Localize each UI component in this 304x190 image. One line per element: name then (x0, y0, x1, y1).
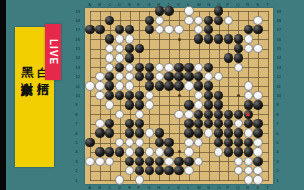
coordinate-label: S (256, 185, 259, 189)
white-stone (125, 81, 134, 90)
black-stone (234, 110, 243, 119)
coordinate-label: R (246, 185, 249, 189)
white-stone (95, 91, 104, 100)
white-stone (135, 138, 144, 147)
black-stone (244, 147, 253, 156)
black-stone (214, 138, 223, 147)
coordinate-label: 3 (75, 159, 77, 163)
white-stone (105, 157, 114, 166)
black-stone (125, 53, 134, 62)
black-stone (244, 25, 253, 34)
coordinate-label: M (197, 2, 201, 6)
black-stone (125, 119, 134, 128)
white-stone (194, 63, 203, 72)
coordinate-label: P (227, 2, 230, 6)
coordinate-label: 2 (75, 169, 77, 173)
coordinate-label: 5 (276, 140, 278, 144)
black-stone (184, 63, 193, 72)
coordinate-label: 14 (75, 56, 80, 60)
coordinate-label: 15 (75, 46, 80, 50)
white-stone (184, 147, 193, 156)
black-stone (115, 91, 124, 100)
white-stone (95, 81, 104, 90)
white-stone (184, 166, 193, 175)
live-badge-text: LIVE (48, 39, 59, 65)
black-stone (155, 6, 164, 15)
white-stone (95, 72, 104, 81)
black-stone (164, 6, 173, 15)
black-stone (105, 128, 114, 137)
white-stone (214, 147, 223, 156)
black-stone (155, 128, 164, 137)
white-stone (194, 157, 203, 166)
white-stone (125, 147, 134, 156)
white-stone (194, 100, 203, 109)
black-stone (145, 72, 154, 81)
left-edge-strip (0, 0, 6, 190)
coordinate-label: 6 (276, 131, 278, 135)
coordinate-label: B (98, 2, 101, 6)
black-stone (253, 128, 262, 137)
coordinate-label: 9 (75, 103, 77, 107)
coordinate-label: R (246, 2, 249, 6)
coordinate-label: 18 (276, 18, 281, 22)
coordinate-label: M (197, 185, 201, 189)
black-stone (214, 100, 223, 109)
coordinate-label: H (157, 185, 160, 189)
coordinate-label: E (128, 185, 131, 189)
coordinate-label: D (118, 2, 121, 6)
black-stone (125, 100, 134, 109)
black-stone (224, 53, 233, 62)
coordinate-label: 17 (75, 28, 80, 32)
white-stone (135, 110, 144, 119)
black-stone (135, 147, 144, 156)
white-stone (204, 72, 213, 81)
white-stone (125, 34, 134, 43)
white-stone (234, 157, 243, 166)
white-stone (234, 166, 243, 175)
white-stone (145, 128, 154, 137)
white-stone (204, 128, 213, 137)
star-point (178, 94, 181, 97)
black-stone (145, 166, 154, 175)
black-stone (244, 119, 253, 128)
white-stone (125, 138, 134, 147)
white-stone (145, 100, 154, 109)
black-stone (234, 147, 243, 156)
white-stone (224, 16, 233, 25)
white-stone (184, 110, 193, 119)
black-stone (234, 138, 243, 147)
black-stone (135, 157, 144, 166)
black-stone (155, 157, 164, 166)
coordinate-label: T (266, 185, 269, 189)
black-stone (105, 34, 114, 43)
coordinate-label: B (98, 185, 101, 189)
coordinate-label: 16 (276, 37, 281, 41)
coordinate-label: T (266, 2, 269, 6)
white-stone (115, 72, 124, 81)
black-stone (135, 166, 144, 175)
coordinate-label: 4 (276, 150, 278, 154)
black-stone (253, 119, 262, 128)
black-stone (135, 100, 144, 109)
coordinate-label: 12 (75, 75, 80, 79)
white-stone (155, 63, 164, 72)
black-stone (234, 128, 243, 137)
black-stone (155, 81, 164, 90)
black-stone (224, 128, 233, 137)
black-stone (244, 100, 253, 109)
black-stone (115, 25, 124, 34)
coordinate-label: 12 (276, 75, 281, 79)
white-stone (194, 25, 203, 34)
white-stone (244, 166, 253, 175)
coordinate-label: L (187, 185, 189, 189)
coordinate-label: 8 (75, 112, 77, 116)
go-board (85, 8, 273, 184)
black-stone (135, 63, 144, 72)
coordinate-label: 13 (276, 65, 281, 69)
grid-line (268, 11, 269, 181)
black-player-name: 谢尔豪 (20, 72, 34, 75)
black-stone (174, 157, 183, 166)
black-stone (204, 63, 213, 72)
coordinate-label: A (88, 2, 91, 6)
white-stone (115, 81, 124, 90)
black-stone (164, 72, 173, 81)
coordinate-label: H (157, 2, 160, 6)
black-stone (194, 34, 203, 43)
black-stone (174, 63, 183, 72)
black-stone (174, 166, 183, 175)
black-stone (184, 100, 193, 109)
black-stone (253, 157, 262, 166)
black-stone (164, 166, 173, 175)
white-stone (115, 175, 124, 184)
coordinate-label: 7 (276, 122, 278, 126)
black-player-column: 黑谢尔豪 (20, 57, 34, 161)
coordinate-label: 11 (276, 84, 280, 88)
black-stone (194, 110, 203, 119)
black-stone (194, 119, 203, 128)
coordinate-label: 1 (276, 178, 278, 182)
white-stone (244, 128, 253, 137)
black-stone (145, 157, 154, 166)
white-stone (115, 44, 124, 53)
coordinate-label: C (108, 185, 111, 189)
coordinate-label: N (207, 2, 210, 6)
white-stone (184, 81, 193, 90)
white-stone (194, 138, 203, 147)
white-stone (194, 91, 203, 100)
black-stone (214, 91, 223, 100)
black-stone (115, 63, 124, 72)
white-stone (253, 147, 262, 156)
coordinate-label: 5 (75, 140, 77, 144)
coordinate-label: G (148, 185, 151, 189)
coordinate-label: 6 (75, 131, 77, 135)
black-stone (145, 81, 154, 90)
black-stone (194, 72, 203, 81)
black-stone (135, 72, 144, 81)
white-stone (125, 63, 134, 72)
coordinate-label: 16 (75, 37, 80, 41)
white-stone (125, 72, 134, 81)
black-stone (224, 34, 233, 43)
white-stone (253, 138, 262, 147)
white-stone (105, 100, 114, 109)
coordinate-label: 13 (75, 65, 80, 69)
white-stone (174, 110, 183, 119)
black-stone (164, 138, 173, 147)
black-stone (253, 100, 262, 109)
coordinate-label: J (167, 185, 169, 189)
black-stone (204, 119, 213, 128)
black-stone (135, 119, 144, 128)
white-stone (125, 166, 134, 175)
black-stone (184, 72, 193, 81)
coordinate-label: J (167, 2, 169, 6)
white-stone (155, 147, 164, 156)
coordinate-label: 15 (276, 46, 281, 50)
black-stone (214, 110, 223, 119)
coordinate-label: P (227, 185, 230, 189)
coordinate-label: D (118, 185, 121, 189)
white-stone (244, 34, 253, 43)
coordinate-label: 10 (276, 93, 281, 97)
coordinate-label: 14 (276, 56, 281, 60)
white-stone (244, 44, 253, 53)
white-stone (95, 157, 104, 166)
black-stone (135, 91, 144, 100)
black-stone (174, 81, 183, 90)
white-stone (115, 34, 124, 43)
black-stone (214, 128, 223, 137)
black-stone (115, 147, 124, 156)
black-stone (95, 25, 104, 34)
black-stone (85, 138, 94, 147)
white-stone (244, 91, 253, 100)
black-stone (204, 110, 213, 119)
coordinate-label: 4 (75, 150, 77, 154)
black-stone (184, 128, 193, 137)
black-stone (204, 34, 213, 43)
black-stone (204, 16, 213, 25)
white-stone (105, 63, 114, 72)
black-stone (164, 81, 173, 90)
black-stone (224, 110, 233, 119)
white-stone (253, 44, 262, 53)
coordinate-label: 3 (276, 159, 278, 163)
coordinate-label: G (148, 2, 151, 6)
black-stone (184, 157, 193, 166)
coordinate-label: 9 (276, 103, 278, 107)
black-stone (164, 147, 173, 156)
black-stone (234, 53, 243, 62)
coordinate-label: S (256, 2, 259, 6)
white-stone (164, 63, 173, 72)
black-stone (145, 63, 154, 72)
coordinate-label: 7 (75, 122, 77, 126)
coordinate-label: 11 (75, 84, 79, 88)
coordinate-label: Q (237, 185, 240, 189)
go-broadcast-frame: 黑谢尔豪 白柯洁 LIVE AABBCCDDEEFFGGHHJJKKLLMMNN… (0, 0, 304, 190)
white-stone (85, 81, 94, 90)
black-stone (194, 128, 203, 137)
white-stone (234, 63, 243, 72)
coordinate-label: K (177, 2, 180, 6)
black-stone (214, 119, 223, 128)
white-stone (174, 25, 183, 34)
white-stone (155, 16, 164, 25)
white-stone (135, 175, 144, 184)
white-stone (164, 157, 173, 166)
coordinate-label: E (128, 2, 131, 6)
star-point (178, 150, 181, 153)
black-stone (105, 119, 114, 128)
coordinate-label: O (217, 2, 220, 6)
black-stone (234, 34, 243, 43)
white-stone (85, 157, 94, 166)
white-stone (105, 44, 114, 53)
black-stone (135, 128, 144, 137)
coordinate-label: 18 (75, 18, 80, 22)
coordinate-label: 1 (75, 178, 77, 182)
black-stone (105, 147, 114, 156)
white-stone (115, 138, 124, 147)
black-stone (155, 138, 164, 147)
coordinate-label: 2 (276, 169, 278, 173)
coordinate-label: F (138, 2, 141, 6)
black-stone (204, 91, 213, 100)
black-stone (105, 91, 114, 100)
coordinate-label: 8 (276, 112, 278, 116)
coordinate-label: 17 (276, 28, 281, 32)
black-stone (125, 128, 134, 137)
white-stone (244, 157, 253, 166)
black-stone (135, 44, 144, 53)
white-stone (244, 81, 253, 90)
white-stone (155, 25, 164, 34)
coordinate-label: K (177, 185, 180, 189)
black-stone (224, 147, 233, 156)
white-stone (115, 110, 124, 119)
coordinate-label: F (138, 185, 141, 189)
white-stone (194, 16, 203, 25)
coordinate-label: 10 (75, 93, 80, 97)
black-stone (145, 25, 154, 34)
black-stone (214, 6, 223, 15)
black-stone (204, 100, 213, 109)
white-stone (253, 175, 262, 184)
star-point (237, 94, 240, 97)
black-stone (204, 81, 213, 90)
coordinate-label: C (108, 2, 111, 6)
coordinate-label: O (217, 185, 220, 189)
black-stone (145, 16, 154, 25)
white-stone (155, 72, 164, 81)
coordinate-label: Q (237, 2, 240, 6)
white-stone (253, 16, 262, 25)
black-stone (234, 44, 243, 53)
coordinate-label: 19 (75, 9, 80, 13)
black-stone (224, 119, 233, 128)
black-stone (184, 119, 193, 128)
black-stone (125, 25, 134, 34)
star-point (178, 38, 181, 41)
coordinate-label: N (207, 185, 210, 189)
white-stone (105, 53, 114, 62)
black-stone (174, 72, 183, 81)
black-stone (125, 91, 134, 100)
black-stone (105, 16, 114, 25)
last-move-marker (246, 112, 250, 116)
black-stone (125, 157, 134, 166)
black-stone (224, 138, 233, 147)
white-stone (184, 6, 193, 15)
white-stone (214, 72, 223, 81)
live-badge: LIVE (45, 24, 61, 80)
black-label: 黑 (20, 57, 34, 58)
coordinate-label: 19 (276, 9, 281, 13)
coordinate-label: A (88, 185, 91, 189)
white-stone (145, 91, 154, 100)
black-stone (105, 72, 114, 81)
black-stone (214, 34, 223, 43)
black-stone (244, 138, 253, 147)
black-stone (85, 25, 94, 34)
white-stone (234, 119, 243, 128)
black-stone (253, 25, 262, 34)
white-stone (184, 16, 193, 25)
white-stone (115, 53, 124, 62)
white-stone (244, 175, 253, 184)
black-stone (105, 81, 114, 90)
white-stone (164, 25, 173, 34)
white-stone (95, 119, 104, 128)
grid-line (90, 105, 269, 106)
white-stone (253, 91, 262, 100)
black-stone (125, 44, 134, 53)
black-stone (95, 147, 104, 156)
white-stone (253, 166, 262, 175)
black-stone (95, 128, 104, 137)
black-stone (155, 166, 164, 175)
black-stone (194, 81, 203, 90)
black-stone (204, 25, 213, 34)
black-stone (214, 16, 223, 25)
white-stone (145, 147, 154, 156)
white-stone (184, 138, 193, 147)
coordinate-label: L (187, 2, 189, 6)
